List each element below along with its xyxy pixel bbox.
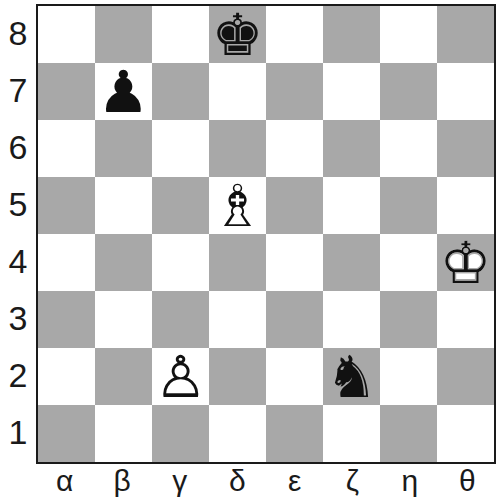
square-f8[interactable] bbox=[323, 6, 380, 63]
square-f3[interactable] bbox=[323, 291, 380, 348]
square-a1[interactable] bbox=[38, 405, 95, 462]
square-e3[interactable] bbox=[266, 291, 323, 348]
rank-labels: 87654321 bbox=[0, 4, 36, 460]
square-d8[interactable]: ♚ bbox=[209, 6, 266, 63]
square-a5[interactable] bbox=[38, 177, 95, 234]
square-g1[interactable] bbox=[380, 405, 437, 462]
square-d1[interactable] bbox=[209, 405, 266, 462]
square-g3[interactable] bbox=[380, 291, 437, 348]
square-f4[interactable] bbox=[323, 234, 380, 291]
file-label-c: γ bbox=[151, 464, 209, 498]
square-b4[interactable] bbox=[95, 234, 152, 291]
file-label-d: δ bbox=[209, 464, 267, 498]
square-c6[interactable] bbox=[152, 120, 209, 177]
square-e1[interactable] bbox=[266, 405, 323, 462]
square-b1[interactable] bbox=[95, 405, 152, 462]
file-label-g: η bbox=[381, 464, 439, 498]
file-label-b: β bbox=[94, 464, 152, 498]
square-b6[interactable] bbox=[95, 120, 152, 177]
square-e5[interactable] bbox=[266, 177, 323, 234]
file-label-f: ζ bbox=[324, 464, 382, 498]
square-e4[interactable] bbox=[266, 234, 323, 291]
square-b3[interactable] bbox=[95, 291, 152, 348]
square-g7[interactable] bbox=[380, 63, 437, 120]
piece-black-king: ♚ bbox=[209, 6, 266, 63]
square-f7[interactable] bbox=[323, 63, 380, 120]
square-f6[interactable] bbox=[323, 120, 380, 177]
square-h7[interactable] bbox=[437, 63, 494, 120]
square-h3[interactable] bbox=[437, 291, 494, 348]
square-g6[interactable] bbox=[380, 120, 437, 177]
square-a7[interactable] bbox=[38, 63, 95, 120]
file-label-h: θ bbox=[439, 464, 497, 498]
square-d7[interactable] bbox=[209, 63, 266, 120]
square-h6[interactable] bbox=[437, 120, 494, 177]
square-e8[interactable] bbox=[266, 6, 323, 63]
square-b5[interactable] bbox=[95, 177, 152, 234]
square-d2[interactable] bbox=[209, 348, 266, 405]
square-c8[interactable] bbox=[152, 6, 209, 63]
square-h4[interactable]: ♚♔ bbox=[437, 234, 494, 291]
piece-white-king: ♚♔ bbox=[437, 234, 494, 291]
rank-label-2: 2 bbox=[0, 346, 36, 403]
square-h1[interactable] bbox=[437, 405, 494, 462]
rank-label-1: 1 bbox=[0, 403, 36, 460]
rank-label-8: 8 bbox=[0, 4, 36, 61]
file-label-a: α bbox=[36, 464, 94, 498]
square-g5[interactable] bbox=[380, 177, 437, 234]
piece-black-knight: ♞ bbox=[323, 348, 380, 405]
square-e2[interactable] bbox=[266, 348, 323, 405]
square-d4[interactable] bbox=[209, 234, 266, 291]
square-a2[interactable] bbox=[38, 348, 95, 405]
square-f1[interactable] bbox=[323, 405, 380, 462]
square-b8[interactable] bbox=[95, 6, 152, 63]
square-c3[interactable] bbox=[152, 291, 209, 348]
square-b2[interactable] bbox=[95, 348, 152, 405]
square-c1[interactable] bbox=[152, 405, 209, 462]
square-c7[interactable] bbox=[152, 63, 209, 120]
square-d5[interactable]: ♝♗ bbox=[209, 177, 266, 234]
square-a4[interactable] bbox=[38, 234, 95, 291]
square-g4[interactable] bbox=[380, 234, 437, 291]
square-c5[interactable] bbox=[152, 177, 209, 234]
square-f2[interactable]: ♞ bbox=[323, 348, 380, 405]
chess-diagram: 87654321 ♚♟♝♗♚♔♟♙♞ αβγδεζηθ bbox=[0, 0, 500, 500]
piece-black-pawn: ♟ bbox=[95, 63, 152, 120]
piece-white-pawn: ♟♙ bbox=[152, 348, 209, 405]
square-c2[interactable]: ♟♙ bbox=[152, 348, 209, 405]
square-c4[interactable] bbox=[152, 234, 209, 291]
square-d3[interactable] bbox=[209, 291, 266, 348]
file-label-e: ε bbox=[266, 464, 324, 498]
square-a8[interactable] bbox=[38, 6, 95, 63]
square-g2[interactable] bbox=[380, 348, 437, 405]
square-h2[interactable] bbox=[437, 348, 494, 405]
square-h8[interactable] bbox=[437, 6, 494, 63]
file-labels: αβγδεζηθ bbox=[36, 464, 496, 498]
square-g8[interactable] bbox=[380, 6, 437, 63]
square-f5[interactable] bbox=[323, 177, 380, 234]
square-e7[interactable] bbox=[266, 63, 323, 120]
square-e6[interactable] bbox=[266, 120, 323, 177]
square-h5[interactable] bbox=[437, 177, 494, 234]
rank-label-3: 3 bbox=[0, 289, 36, 346]
square-a6[interactable] bbox=[38, 120, 95, 177]
piece-white-bishop: ♝♗ bbox=[209, 177, 266, 234]
rank-label-5: 5 bbox=[0, 175, 36, 232]
square-a3[interactable] bbox=[38, 291, 95, 348]
square-b7[interactable]: ♟ bbox=[95, 63, 152, 120]
rank-label-7: 7 bbox=[0, 61, 36, 118]
square-d6[interactable] bbox=[209, 120, 266, 177]
rank-label-4: 4 bbox=[0, 232, 36, 289]
chess-board: ♚♟♝♗♚♔♟♙♞ bbox=[36, 4, 496, 464]
rank-label-6: 6 bbox=[0, 118, 36, 175]
